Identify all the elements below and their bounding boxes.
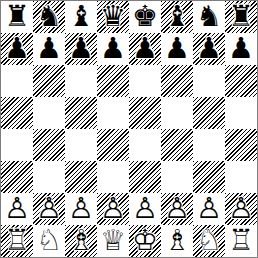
piece-black-rook[interactable]: ♜ xyxy=(225,1,257,33)
piece-white-pawn[interactable]: ♟♙ xyxy=(65,193,97,225)
piece-black-pawn[interactable]: ♟ xyxy=(161,33,193,65)
piece-black-pawn[interactable]: ♟ xyxy=(65,33,97,65)
piece-silhouette: ♟ xyxy=(1,33,33,65)
square-a1[interactable]: ♜♖ xyxy=(1,225,33,257)
square-b1[interactable]: ♞♘ xyxy=(33,225,65,257)
square-e4[interactable] xyxy=(129,129,161,161)
piece-silhouette: ♝ xyxy=(65,1,97,33)
piece-silhouette: ♟ xyxy=(33,33,65,65)
square-g6[interactable] xyxy=(193,65,225,97)
square-b8[interactable]: ♞ xyxy=(33,1,65,33)
square-f8[interactable]: ♝ xyxy=(161,1,193,33)
square-a8[interactable]: ♜ xyxy=(1,1,33,33)
square-e5[interactable] xyxy=(129,97,161,129)
piece-silhouette: ♟ xyxy=(193,33,225,65)
piece-black-bishop[interactable]: ♝ xyxy=(65,1,97,33)
piece-silhouette: ♟ xyxy=(129,33,161,65)
square-f6[interactable] xyxy=(161,65,193,97)
piece-outline: ♙ xyxy=(97,193,129,225)
square-a7[interactable]: ♟ xyxy=(1,33,33,65)
square-c8[interactable]: ♝ xyxy=(65,1,97,33)
piece-white-rook[interactable]: ♜♖ xyxy=(225,225,257,257)
square-e1[interactable]: ♚♔ xyxy=(129,225,161,257)
piece-outline: ♙ xyxy=(33,193,65,225)
piece-black-pawn[interactable]: ♟ xyxy=(1,33,33,65)
square-h6[interactable] xyxy=(225,65,257,97)
square-h4[interactable] xyxy=(225,129,257,161)
square-b3[interactable] xyxy=(33,161,65,193)
square-g1[interactable]: ♞♘ xyxy=(193,225,225,257)
piece-white-bishop[interactable]: ♝♗ xyxy=(65,225,97,257)
square-f2[interactable]: ♟♙ xyxy=(161,193,193,225)
square-c4[interactable] xyxy=(65,129,97,161)
piece-silhouette: ♜ xyxy=(225,1,257,33)
piece-white-rook[interactable]: ♜♖ xyxy=(1,225,33,257)
piece-white-knight[interactable]: ♞♘ xyxy=(33,225,65,257)
piece-outline: ♕ xyxy=(97,225,129,257)
piece-outline: ♘ xyxy=(33,225,65,257)
piece-white-knight[interactable]: ♞♘ xyxy=(193,225,225,257)
square-h2[interactable]: ♟♙ xyxy=(225,193,257,225)
piece-silhouette: ♟ xyxy=(97,33,129,65)
piece-outline: ♗ xyxy=(65,225,97,257)
square-c3[interactable] xyxy=(65,161,97,193)
piece-white-pawn[interactable]: ♟♙ xyxy=(33,193,65,225)
piece-outline: ♙ xyxy=(225,193,257,225)
square-b4[interactable] xyxy=(33,129,65,161)
chess-board: ♜♞♝♛♚♝♞♜♟♟♟♟♟♟♟♟♟♙♟♙♟♙♟♙♟♙♟♙♟♙♟♙♜♖♞♘♝♗♛♕… xyxy=(0,0,258,258)
piece-white-pawn[interactable]: ♟♙ xyxy=(225,193,257,225)
square-b7[interactable]: ♟ xyxy=(33,33,65,65)
square-a4[interactable] xyxy=(1,129,33,161)
square-d8[interactable]: ♛ xyxy=(97,1,129,33)
square-e6[interactable] xyxy=(129,65,161,97)
square-c6[interactable] xyxy=(65,65,97,97)
square-d7[interactable]: ♟ xyxy=(97,33,129,65)
square-c5[interactable] xyxy=(65,97,97,129)
piece-outline: ♙ xyxy=(129,193,161,225)
square-h5[interactable] xyxy=(225,97,257,129)
square-c1[interactable]: ♝♗ xyxy=(65,225,97,257)
square-f4[interactable] xyxy=(161,129,193,161)
piece-white-king[interactable]: ♚♔ xyxy=(129,225,161,257)
square-g5[interactable] xyxy=(193,97,225,129)
square-d3[interactable] xyxy=(97,161,129,193)
square-a5[interactable] xyxy=(1,97,33,129)
piece-outline: ♙ xyxy=(65,193,97,225)
piece-outline: ♗ xyxy=(161,225,193,257)
piece-black-pawn[interactable]: ♟ xyxy=(193,33,225,65)
square-a3[interactable] xyxy=(1,161,33,193)
square-h1[interactable]: ♜♖ xyxy=(225,225,257,257)
piece-black-knight[interactable]: ♞ xyxy=(193,1,225,33)
piece-black-queen[interactable]: ♛ xyxy=(97,1,129,33)
square-b6[interactable] xyxy=(33,65,65,97)
piece-white-pawn[interactable]: ♟♙ xyxy=(161,193,193,225)
piece-white-pawn[interactable]: ♟♙ xyxy=(129,193,161,225)
square-f3[interactable] xyxy=(161,161,193,193)
piece-white-queen[interactable]: ♛♕ xyxy=(97,225,129,257)
square-e3[interactable] xyxy=(129,161,161,193)
square-d2[interactable]: ♟♙ xyxy=(97,193,129,225)
piece-black-pawn[interactable]: ♟ xyxy=(97,33,129,65)
piece-silhouette: ♞ xyxy=(33,1,65,33)
piece-black-king[interactable]: ♚ xyxy=(129,1,161,33)
piece-black-pawn[interactable]: ♟ xyxy=(225,33,257,65)
piece-outline: ♙ xyxy=(193,193,225,225)
piece-silhouette: ♟ xyxy=(65,33,97,65)
square-f5[interactable] xyxy=(161,97,193,129)
square-c2[interactable]: ♟♙ xyxy=(65,193,97,225)
square-g7[interactable]: ♟ xyxy=(193,33,225,65)
piece-silhouette: ♝ xyxy=(161,1,193,33)
square-d4[interactable] xyxy=(97,129,129,161)
square-d6[interactable] xyxy=(97,65,129,97)
piece-silhouette: ♟ xyxy=(225,33,257,65)
piece-silhouette: ♛ xyxy=(97,1,129,33)
square-d5[interactable] xyxy=(97,97,129,129)
square-h8[interactable]: ♜ xyxy=(225,1,257,33)
square-e8[interactable]: ♚ xyxy=(129,1,161,33)
piece-outline: ♖ xyxy=(225,225,257,257)
piece-silhouette: ♞ xyxy=(193,1,225,33)
piece-silhouette: ♚ xyxy=(129,1,161,33)
piece-silhouette: ♜ xyxy=(1,1,33,33)
piece-white-bishop[interactable]: ♝♗ xyxy=(161,225,193,257)
piece-white-pawn[interactable]: ♟♙ xyxy=(97,193,129,225)
square-h7[interactable]: ♟ xyxy=(225,33,257,65)
piece-black-pawn[interactable]: ♟ xyxy=(33,33,65,65)
square-f7[interactable]: ♟ xyxy=(161,33,193,65)
piece-black-knight[interactable]: ♞ xyxy=(33,1,65,33)
piece-outline: ♙ xyxy=(161,193,193,225)
square-g3[interactable] xyxy=(193,161,225,193)
square-a6[interactable] xyxy=(1,65,33,97)
square-g8[interactable]: ♞ xyxy=(193,1,225,33)
piece-black-bishop[interactable]: ♝ xyxy=(161,1,193,33)
piece-black-pawn[interactable]: ♟ xyxy=(129,33,161,65)
square-g4[interactable] xyxy=(193,129,225,161)
square-c7[interactable]: ♟ xyxy=(65,33,97,65)
square-f1[interactable]: ♝♗ xyxy=(161,225,193,257)
square-h3[interactable] xyxy=(225,161,257,193)
piece-outline: ♔ xyxy=(129,225,161,257)
square-e7[interactable]: ♟ xyxy=(129,33,161,65)
piece-black-rook[interactable]: ♜ xyxy=(1,1,33,33)
piece-white-pawn[interactable]: ♟♙ xyxy=(193,193,225,225)
square-d1[interactable]: ♛♕ xyxy=(97,225,129,257)
piece-outline: ♘ xyxy=(193,225,225,257)
piece-outline: ♙ xyxy=(1,193,33,225)
square-e2[interactable]: ♟♙ xyxy=(129,193,161,225)
piece-silhouette: ♟ xyxy=(161,33,193,65)
square-g2[interactable]: ♟♙ xyxy=(193,193,225,225)
square-b2[interactable]: ♟♙ xyxy=(33,193,65,225)
square-a2[interactable]: ♟♙ xyxy=(1,193,33,225)
piece-white-pawn[interactable]: ♟♙ xyxy=(1,193,33,225)
piece-outline: ♖ xyxy=(1,225,33,257)
square-b5[interactable] xyxy=(33,97,65,129)
